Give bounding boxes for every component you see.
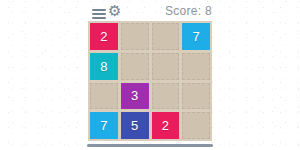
tile-2: 2 [152,112,180,139]
empty-cell [182,53,210,80]
game-screen: ⚙ Score: 8 2783752 [0,0,300,150]
hamburger-menu-button[interactable] [92,9,106,19]
tile-7: 7 [90,112,118,139]
tile-8: 8 [90,53,118,80]
empty-cell [152,53,180,80]
empty-cell [182,112,210,139]
bottom-bar [87,144,213,147]
tile-5: 5 [121,112,149,139]
empty-cell [152,23,180,50]
score-label: Score: 8 [165,4,212,18]
empty-cell [90,83,118,110]
tile-2: 2 [90,23,118,50]
empty-cell [121,53,149,80]
hamburger-bar [92,17,106,19]
empty-cell [182,83,210,110]
tile-7: 7 [182,23,210,50]
hamburger-bar [92,9,106,11]
gear-icon[interactable]: ⚙ [108,1,121,21]
tile-3: 3 [121,83,149,110]
board-grid[interactable]: 2783752 [88,21,212,141]
empty-cell [152,83,180,110]
empty-cell [121,23,149,50]
hamburger-bar [92,13,106,15]
